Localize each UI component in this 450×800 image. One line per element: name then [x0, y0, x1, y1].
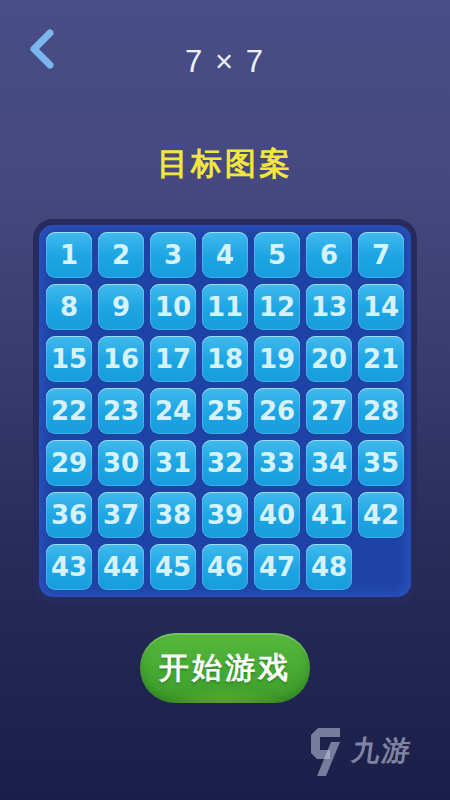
tile-34: 34	[306, 440, 352, 486]
tile-41: 41	[306, 492, 352, 538]
tile-3: 3	[150, 232, 196, 278]
tile-33: 33	[254, 440, 300, 486]
tile-19: 19	[254, 336, 300, 382]
tile-39: 39	[202, 492, 248, 538]
tile-44: 44	[98, 544, 144, 590]
tile-37: 37	[98, 492, 144, 538]
tile-48: 48	[306, 544, 352, 590]
start-game-button[interactable]: 开始游戏	[140, 633, 310, 703]
tile-18: 18	[202, 336, 248, 382]
tile-42: 42	[358, 492, 404, 538]
screen: 7 × 7 目标图案 12345678910111213141516171819…	[0, 0, 450, 800]
tile-24: 24	[150, 388, 196, 434]
tile-26: 26	[254, 388, 300, 434]
tile-40: 40	[254, 492, 300, 538]
board-grid: 1234567891011121314151617181920212223242…	[33, 219, 417, 603]
tile-32: 32	[202, 440, 248, 486]
tile-23: 23	[98, 388, 144, 434]
tile-46: 46	[202, 544, 248, 590]
tile-25: 25	[202, 388, 248, 434]
watermark: 九游	[307, 726, 412, 776]
tile-20: 20	[306, 336, 352, 382]
tile-31: 31	[150, 440, 196, 486]
tile-7: 7	[358, 232, 404, 278]
tile-5: 5	[254, 232, 300, 278]
tile-1: 1	[46, 232, 92, 278]
tile-9: 9	[98, 284, 144, 330]
empty-cell	[358, 544, 404, 590]
tile-47: 47	[254, 544, 300, 590]
tile-17: 17	[150, 336, 196, 382]
target-pattern-label: 目标图案	[0, 143, 450, 185]
tile-45: 45	[150, 544, 196, 590]
tile-14: 14	[358, 284, 404, 330]
tile-2: 2	[98, 232, 144, 278]
jiuyou-logo-icon	[307, 726, 343, 776]
tile-16: 16	[98, 336, 144, 382]
tile-30: 30	[98, 440, 144, 486]
tile-38: 38	[150, 492, 196, 538]
tile-8: 8	[46, 284, 92, 330]
page-title: 7 × 7	[0, 44, 450, 80]
tile-21: 21	[358, 336, 404, 382]
tile-10: 10	[150, 284, 196, 330]
tile-36: 36	[46, 492, 92, 538]
tile-28: 28	[358, 388, 404, 434]
tile-4: 4	[202, 232, 248, 278]
watermark-text: 九游	[349, 732, 414, 770]
tile-43: 43	[46, 544, 92, 590]
tile-35: 35	[358, 440, 404, 486]
tile-27: 27	[306, 388, 352, 434]
tile-22: 22	[46, 388, 92, 434]
tile-13: 13	[306, 284, 352, 330]
tile-11: 11	[202, 284, 248, 330]
tile-15: 15	[46, 336, 92, 382]
tile-6: 6	[306, 232, 352, 278]
tile-29: 29	[46, 440, 92, 486]
start-game-label: 开始游戏	[159, 648, 291, 689]
tile-12: 12	[254, 284, 300, 330]
